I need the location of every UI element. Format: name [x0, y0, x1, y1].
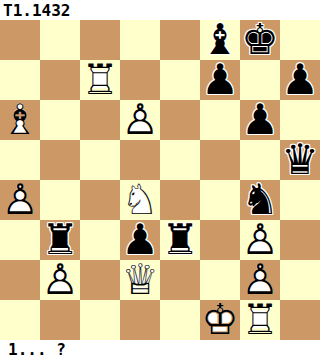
piece-black-pawn-f7: ♟ [200, 60, 240, 100]
square-c5[interactable] [80, 140, 120, 180]
square-f6[interactable] [200, 100, 240, 140]
white-pawn-outline-icon: ♙ [40, 260, 80, 300]
move-prompt: 1... ? [8, 340, 66, 360]
square-a1[interactable] [0, 300, 40, 340]
square-h1[interactable] [280, 300, 320, 340]
piece-black-pawn-g6: ♟ [240, 100, 280, 140]
square-a4[interactable]: ♟♙ [0, 180, 40, 220]
square-h3[interactable] [280, 220, 320, 260]
white-pawn-outline-icon: ♙ [0, 180, 40, 220]
white-pawn-icon: ♟ [240, 260, 280, 300]
white-pawn-icon: ♟ [240, 220, 280, 260]
square-h7[interactable]: ♟ [280, 60, 320, 100]
square-a7[interactable] [0, 60, 40, 100]
black-pawn-icon: ♟ [200, 60, 240, 100]
square-d6[interactable]: ♟♙ [120, 100, 160, 140]
chess-puzzle-page: T1.1432 ♝♚♜♖♟♟♝♗♟♙♟♛♟♙♞♘♞♜♟♜♟♙♟♙♛♕♟♙♚♔♜♖… [0, 0, 320, 360]
white-pawn-outline-icon: ♙ [240, 260, 280, 300]
square-h5[interactable]: ♛ [280, 140, 320, 180]
piece-black-rook-b3: ♜ [40, 220, 80, 260]
square-b3[interactable]: ♜ [40, 220, 80, 260]
white-rook-outline-icon: ♖ [80, 60, 120, 100]
piece-black-rook-e3: ♜ [160, 220, 200, 260]
white-king-outline-icon: ♔ [200, 300, 240, 340]
square-c4[interactable] [80, 180, 120, 220]
square-b8[interactable] [40, 20, 80, 60]
black-rook-icon: ♜ [40, 220, 80, 260]
piece-white-pawn-b2: ♟♙ [40, 260, 80, 300]
white-knight-outline-icon: ♘ [120, 180, 160, 220]
square-g2[interactable]: ♟♙ [240, 260, 280, 300]
square-e8[interactable] [160, 20, 200, 60]
square-g6[interactable]: ♟ [240, 100, 280, 140]
white-knight-icon: ♞ [120, 180, 160, 220]
square-f5[interactable] [200, 140, 240, 180]
black-pawn-icon: ♟ [280, 60, 320, 100]
square-h8[interactable] [280, 20, 320, 60]
white-pawn-icon: ♟ [120, 100, 160, 140]
square-b1[interactable] [40, 300, 80, 340]
square-f8[interactable]: ♝ [200, 20, 240, 60]
square-c7[interactable]: ♜♖ [80, 60, 120, 100]
square-a3[interactable] [0, 220, 40, 260]
square-e3[interactable]: ♜ [160, 220, 200, 260]
square-b7[interactable] [40, 60, 80, 100]
piece-white-pawn-g3: ♟♙ [240, 220, 280, 260]
black-rook-icon: ♜ [160, 220, 200, 260]
square-e1[interactable] [160, 300, 200, 340]
black-knight-icon: ♞ [240, 180, 280, 220]
piece-black-knight-g4: ♞ [240, 180, 280, 220]
square-e6[interactable] [160, 100, 200, 140]
square-c6[interactable] [80, 100, 120, 140]
square-e5[interactable] [160, 140, 200, 180]
black-queen-icon: ♛ [280, 140, 320, 180]
square-d7[interactable] [120, 60, 160, 100]
square-g4[interactable]: ♞ [240, 180, 280, 220]
square-b2[interactable]: ♟♙ [40, 260, 80, 300]
square-a5[interactable] [0, 140, 40, 180]
white-pawn-icon: ♟ [0, 180, 40, 220]
square-f7[interactable]: ♟ [200, 60, 240, 100]
piece-black-pawn-h7: ♟ [280, 60, 320, 100]
square-d4[interactable]: ♞♘ [120, 180, 160, 220]
piece-black-bishop-f8: ♝ [200, 20, 240, 60]
square-e7[interactable] [160, 60, 200, 100]
black-pawn-icon: ♟ [120, 220, 160, 260]
white-queen-icon: ♛ [120, 260, 160, 300]
piece-white-pawn-d6: ♟♙ [120, 100, 160, 140]
square-c2[interactable] [80, 260, 120, 300]
square-d3[interactable]: ♟ [120, 220, 160, 260]
black-king-icon: ♚ [240, 20, 280, 60]
square-h4[interactable] [280, 180, 320, 220]
piece-white-pawn-g2: ♟♙ [240, 260, 280, 300]
square-f1[interactable]: ♚♔ [200, 300, 240, 340]
square-g1[interactable]: ♜♖ [240, 300, 280, 340]
square-c3[interactable] [80, 220, 120, 260]
piece-white-bishop-a6: ♝♗ [0, 100, 40, 140]
square-a2[interactable] [0, 260, 40, 300]
white-bishop-outline-icon: ♗ [0, 100, 40, 140]
black-pawn-icon: ♟ [240, 100, 280, 140]
square-b4[interactable] [40, 180, 80, 220]
chess-board: ♝♚♜♖♟♟♝♗♟♙♟♛♟♙♞♘♞♜♟♜♟♙♟♙♛♕♟♙♚♔♜♖ [0, 20, 320, 340]
square-f2[interactable] [200, 260, 240, 300]
white-rook-outline-icon: ♖ [240, 300, 280, 340]
white-pawn-outline-icon: ♙ [240, 220, 280, 260]
white-king-icon: ♚ [200, 300, 240, 340]
square-b5[interactable] [40, 140, 80, 180]
square-g8[interactable]: ♚ [240, 20, 280, 60]
black-bishop-icon: ♝ [200, 20, 240, 60]
square-e2[interactable] [160, 260, 200, 300]
square-f3[interactable] [200, 220, 240, 260]
square-d8[interactable] [120, 20, 160, 60]
piece-black-king-g8: ♚ [240, 20, 280, 60]
piece-white-rook-g1: ♜♖ [240, 300, 280, 340]
piece-white-pawn-a4: ♟♙ [0, 180, 40, 220]
square-d5[interactable] [120, 140, 160, 180]
piece-black-pawn-d3: ♟ [120, 220, 160, 260]
piece-white-knight-d4: ♞♘ [120, 180, 160, 220]
square-d1[interactable] [120, 300, 160, 340]
white-bishop-icon: ♝ [0, 100, 40, 140]
white-pawn-outline-icon: ♙ [120, 100, 160, 140]
white-rook-icon: ♜ [80, 60, 120, 100]
white-pawn-icon: ♟ [40, 260, 80, 300]
square-g3[interactable]: ♟♙ [240, 220, 280, 260]
square-c8[interactable] [80, 20, 120, 60]
piece-white-rook-c7: ♜♖ [80, 60, 120, 100]
white-rook-icon: ♜ [240, 300, 280, 340]
piece-black-queen-h5: ♛ [280, 140, 320, 180]
white-queen-outline-icon: ♕ [120, 260, 160, 300]
square-g5[interactable] [240, 140, 280, 180]
square-b6[interactable] [40, 100, 80, 140]
square-h2[interactable] [280, 260, 320, 300]
piece-white-queen-d2: ♛♕ [120, 260, 160, 300]
square-d2[interactable]: ♛♕ [120, 260, 160, 300]
square-f4[interactable] [200, 180, 240, 220]
square-h6[interactable] [280, 100, 320, 140]
square-c1[interactable] [80, 300, 120, 340]
piece-white-king-f1: ♚♔ [200, 300, 240, 340]
square-a6[interactable]: ♝♗ [0, 100, 40, 140]
puzzle-id: T1.1432 [3, 1, 70, 20]
square-a8[interactable] [0, 20, 40, 60]
square-g7[interactable] [240, 60, 280, 100]
square-e4[interactable] [160, 180, 200, 220]
